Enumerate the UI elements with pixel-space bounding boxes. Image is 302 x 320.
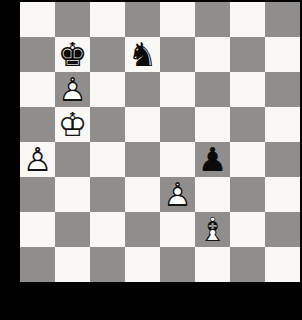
square-g7[interactable] (230, 37, 265, 72)
square-g2[interactable] (230, 212, 265, 247)
square-f6[interactable] (195, 72, 230, 107)
square-a5[interactable] (20, 107, 55, 142)
white-king-b5-fill: ♚ (55, 107, 90, 142)
piece-white-pawn[interactable]: ♙ (160, 177, 195, 212)
square-c7[interactable] (90, 37, 125, 72)
square-a6[interactable] (20, 72, 55, 107)
square-a3[interactable] (20, 177, 55, 212)
square-c2[interactable] (90, 212, 125, 247)
square-g3[interactable] (230, 177, 265, 212)
square-g6[interactable] (230, 72, 265, 107)
white-pawn-e3-fill: ♟ (160, 177, 195, 212)
square-f3[interactable] (195, 177, 230, 212)
page-background: ♚♞♟♙♚♔♟♙♟♟♙♝♗ (0, 0, 302, 320)
square-c8[interactable] (90, 2, 125, 37)
square-e2[interactable] (160, 212, 195, 247)
piece-white-pawn[interactable]: ♙ (55, 72, 90, 107)
piece-black-knight[interactable]: ♞ (125, 37, 160, 72)
square-e4[interactable] (160, 142, 195, 177)
square-d8[interactable] (125, 2, 160, 37)
white-pawn-a4-fill: ♟ (20, 142, 55, 177)
square-c3[interactable] (90, 177, 125, 212)
square-g1[interactable] (230, 247, 265, 282)
white-pawn-b6-fill: ♟ (55, 72, 90, 107)
square-a2[interactable] (20, 212, 55, 247)
square-e1[interactable] (160, 247, 195, 282)
square-h6[interactable] (265, 72, 300, 107)
square-d2[interactable] (125, 212, 160, 247)
square-b6[interactable]: ♟♙ (55, 72, 90, 107)
square-f5[interactable] (195, 107, 230, 142)
piece-white-pawn[interactable]: ♙ (20, 142, 55, 177)
square-b8[interactable] (55, 2, 90, 37)
square-g4[interactable] (230, 142, 265, 177)
square-h3[interactable] (265, 177, 300, 212)
square-h7[interactable] (265, 37, 300, 72)
square-b5[interactable]: ♚♔ (55, 107, 90, 142)
square-d7[interactable]: ♞ (125, 37, 160, 72)
square-c4[interactable] (90, 142, 125, 177)
square-f7[interactable] (195, 37, 230, 72)
square-h4[interactable] (265, 142, 300, 177)
square-e8[interactable] (160, 2, 195, 37)
square-d1[interactable] (125, 247, 160, 282)
square-g8[interactable] (230, 2, 265, 37)
piece-black-pawn[interactable]: ♟ (195, 142, 230, 177)
square-c6[interactable] (90, 72, 125, 107)
piece-white-bishop[interactable]: ♗ (195, 212, 230, 247)
square-f1[interactable] (195, 247, 230, 282)
square-h2[interactable] (265, 212, 300, 247)
chess-board: ♚♞♟♙♚♔♟♙♟♟♙♝♗ (20, 2, 300, 282)
square-b1[interactable] (55, 247, 90, 282)
square-e7[interactable] (160, 37, 195, 72)
square-a4[interactable]: ♟♙ (20, 142, 55, 177)
square-a7[interactable] (20, 37, 55, 72)
square-a1[interactable] (20, 247, 55, 282)
white-bishop-f2-fill: ♝ (195, 212, 230, 247)
square-d6[interactable] (125, 72, 160, 107)
square-h5[interactable] (265, 107, 300, 142)
square-a8[interactable] (20, 2, 55, 37)
piece-white-king[interactable]: ♔ (55, 107, 90, 142)
square-e3[interactable]: ♟♙ (160, 177, 195, 212)
square-h1[interactable] (265, 247, 300, 282)
square-b2[interactable] (55, 212, 90, 247)
square-f2[interactable]: ♝♗ (195, 212, 230, 247)
square-b3[interactable] (55, 177, 90, 212)
square-d5[interactable] (125, 107, 160, 142)
square-h8[interactable] (265, 2, 300, 37)
square-d3[interactable] (125, 177, 160, 212)
square-e5[interactable] (160, 107, 195, 142)
square-f8[interactable] (195, 2, 230, 37)
square-c1[interactable] (90, 247, 125, 282)
square-f4[interactable]: ♟ (195, 142, 230, 177)
square-g5[interactable] (230, 107, 265, 142)
square-d4[interactable] (125, 142, 160, 177)
square-b4[interactable] (55, 142, 90, 177)
square-c5[interactable] (90, 107, 125, 142)
square-b7[interactable]: ♚ (55, 37, 90, 72)
piece-black-king[interactable]: ♚ (55, 37, 90, 72)
square-e6[interactable] (160, 72, 195, 107)
